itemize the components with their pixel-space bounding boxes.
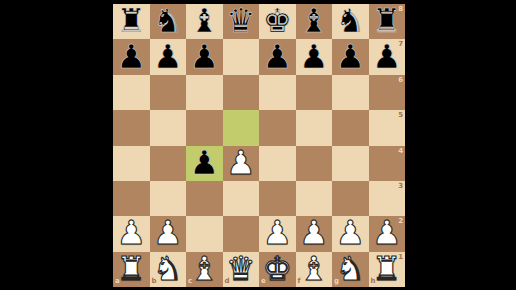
square-b3[interactable] bbox=[150, 181, 187, 216]
file-label-g: g bbox=[334, 278, 339, 285]
square-b4[interactable] bbox=[150, 146, 187, 181]
square-f4[interactable] bbox=[296, 146, 333, 181]
square-e7[interactable]: ♟ bbox=[259, 39, 296, 74]
square-c5[interactable] bbox=[186, 110, 223, 145]
square-c4[interactable]: ♟ bbox=[186, 146, 223, 181]
square-a1[interactable]: ♜a bbox=[113, 252, 150, 287]
square-f8[interactable]: ♝ bbox=[296, 4, 333, 39]
square-c3[interactable] bbox=[186, 181, 223, 216]
square-f5[interactable] bbox=[296, 110, 333, 145]
file-label-h: h bbox=[371, 278, 376, 285]
square-a4[interactable] bbox=[113, 146, 150, 181]
square-h2[interactable]: ♟2 bbox=[369, 216, 406, 251]
square-f7[interactable]: ♟ bbox=[296, 39, 333, 74]
square-e1[interactable]: ♚e bbox=[259, 252, 296, 287]
white-bishop[interactable]: ♝ bbox=[189, 252, 219, 285]
chess-board: ♜♞♝♛♚♝♞♜8♟♟♟♟♟♟♟765♟♟43♟♟♟♟♟♟2♜a♞b♝c♛d♚e… bbox=[113, 4, 405, 287]
rank-label-4: 4 bbox=[398, 148, 403, 155]
file-label-f: f bbox=[298, 278, 301, 285]
square-d7[interactable] bbox=[223, 39, 260, 74]
square-d1[interactable]: ♛d bbox=[223, 252, 260, 287]
square-b7[interactable]: ♟ bbox=[150, 39, 187, 74]
square-d8[interactable]: ♛ bbox=[223, 4, 260, 39]
square-h8[interactable]: ♜8 bbox=[369, 4, 406, 39]
file-label-d: d bbox=[225, 278, 230, 285]
square-h7[interactable]: ♟7 bbox=[369, 39, 406, 74]
square-d4[interactable]: ♟ bbox=[223, 146, 260, 181]
square-g6[interactable] bbox=[332, 75, 369, 110]
square-h4[interactable]: 4 bbox=[369, 146, 406, 181]
white-knight[interactable]: ♞ bbox=[335, 252, 365, 285]
white-rook[interactable]: ♜ bbox=[116, 252, 146, 285]
black-rook[interactable]: ♜ bbox=[372, 4, 402, 37]
black-pawn[interactable]: ♟ bbox=[116, 40, 146, 73]
white-rook[interactable]: ♜ bbox=[372, 252, 402, 285]
square-e2[interactable]: ♟ bbox=[259, 216, 296, 251]
file-label-e: e bbox=[261, 278, 266, 285]
white-queen[interactable]: ♛ bbox=[226, 252, 256, 285]
square-c2[interactable] bbox=[186, 216, 223, 251]
square-a2[interactable]: ♟ bbox=[113, 216, 150, 251]
white-pawn[interactable]: ♟ bbox=[153, 216, 183, 249]
black-knight[interactable]: ♞ bbox=[153, 4, 183, 37]
black-rook[interactable]: ♜ bbox=[116, 4, 146, 37]
square-d6[interactable] bbox=[223, 75, 260, 110]
square-c7[interactable]: ♟ bbox=[186, 39, 223, 74]
square-e8[interactable]: ♚ bbox=[259, 4, 296, 39]
square-f1[interactable]: ♝f bbox=[296, 252, 333, 287]
white-pawn[interactable]: ♟ bbox=[299, 216, 329, 249]
rank-label-8: 8 bbox=[398, 6, 403, 13]
black-pawn[interactable]: ♟ bbox=[335, 40, 365, 73]
square-e6[interactable] bbox=[259, 75, 296, 110]
rank-label-7: 7 bbox=[398, 41, 403, 48]
white-bishop[interactable]: ♝ bbox=[299, 252, 329, 285]
file-label-a: a bbox=[115, 278, 120, 285]
black-bishop[interactable]: ♝ bbox=[189, 4, 219, 37]
square-b6[interactable] bbox=[150, 75, 187, 110]
square-h6[interactable]: 6 bbox=[369, 75, 406, 110]
black-pawn[interactable]: ♟ bbox=[372, 40, 402, 73]
square-a6[interactable] bbox=[113, 75, 150, 110]
square-b1[interactable]: ♞b bbox=[150, 252, 187, 287]
square-a3[interactable] bbox=[113, 181, 150, 216]
square-h5[interactable]: 5 bbox=[369, 110, 406, 145]
square-g8[interactable]: ♞ bbox=[332, 4, 369, 39]
black-pawn[interactable]: ♟ bbox=[262, 40, 292, 73]
rank-label-6: 6 bbox=[398, 77, 403, 84]
black-king[interactable]: ♚ bbox=[262, 4, 292, 37]
square-h1[interactable]: ♜1h bbox=[369, 252, 406, 287]
square-a5[interactable] bbox=[113, 110, 150, 145]
black-pawn[interactable]: ♟ bbox=[189, 40, 219, 73]
square-e3[interactable] bbox=[259, 181, 296, 216]
rank-label-5: 5 bbox=[398, 112, 403, 119]
square-b8[interactable]: ♞ bbox=[150, 4, 187, 39]
black-pawn[interactable]: ♟ bbox=[189, 146, 219, 179]
square-b2[interactable]: ♟ bbox=[150, 216, 187, 251]
white-pawn[interactable]: ♟ bbox=[372, 216, 402, 249]
square-g5[interactable] bbox=[332, 110, 369, 145]
square-f2[interactable]: ♟ bbox=[296, 216, 333, 251]
square-d3[interactable] bbox=[223, 181, 260, 216]
black-pawn[interactable]: ♟ bbox=[153, 40, 183, 73]
square-c1[interactable]: ♝c bbox=[186, 252, 223, 287]
white-pawn[interactable]: ♟ bbox=[262, 216, 292, 249]
square-g3[interactable] bbox=[332, 181, 369, 216]
square-a7[interactable]: ♟ bbox=[113, 39, 150, 74]
square-h3[interactable]: 3 bbox=[369, 181, 406, 216]
square-e4[interactable] bbox=[259, 146, 296, 181]
white-pawn[interactable]: ♟ bbox=[116, 216, 146, 249]
square-f6[interactable] bbox=[296, 75, 333, 110]
square-c8[interactable]: ♝ bbox=[186, 4, 223, 39]
white-knight[interactable]: ♞ bbox=[153, 252, 183, 285]
square-g2[interactable]: ♟ bbox=[332, 216, 369, 251]
rank-label-2: 2 bbox=[398, 218, 403, 225]
square-g1[interactable]: ♞g bbox=[332, 252, 369, 287]
square-g7[interactable]: ♟ bbox=[332, 39, 369, 74]
rank-label-1: 1 bbox=[398, 254, 403, 261]
square-f3[interactable] bbox=[296, 181, 333, 216]
square-d5[interactable] bbox=[223, 110, 260, 145]
file-label-b: b bbox=[152, 278, 157, 285]
black-queen[interactable]: ♛ bbox=[226, 4, 256, 37]
square-a8[interactable]: ♜ bbox=[113, 4, 150, 39]
square-c6[interactable] bbox=[186, 75, 223, 110]
square-g4[interactable] bbox=[332, 146, 369, 181]
black-pawn[interactable]: ♟ bbox=[299, 40, 329, 73]
white-king[interactable]: ♚ bbox=[262, 252, 292, 285]
square-e5[interactable] bbox=[259, 110, 296, 145]
file-label-c: c bbox=[188, 278, 192, 285]
square-d2[interactable] bbox=[223, 216, 260, 251]
white-pawn[interactable]: ♟ bbox=[335, 216, 365, 249]
black-bishop[interactable]: ♝ bbox=[299, 4, 329, 37]
square-b5[interactable] bbox=[150, 110, 187, 145]
rank-label-3: 3 bbox=[398, 183, 403, 190]
white-pawn[interactable]: ♟ bbox=[226, 146, 256, 179]
black-knight[interactable]: ♞ bbox=[335, 4, 365, 37]
